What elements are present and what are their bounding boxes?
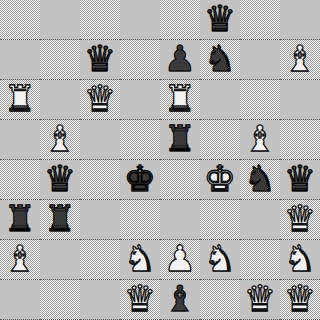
square-g6[interactable]: [240, 80, 280, 120]
square-a3[interactable]: ♜: [0, 200, 40, 240]
square-e8[interactable]: [160, 0, 200, 40]
square-h7[interactable]: ♝: [280, 40, 320, 80]
white-bishop-h7[interactable]: ♝: [284, 39, 316, 79]
square-b7[interactable]: [40, 40, 80, 80]
chess-board: ♛♛♟♞♝♜♛♜♝♜♝♛♚♚♞♛♜♜♛♝♞♟♞♞♛♝♛♛: [0, 0, 320, 320]
square-a5[interactable]: [0, 120, 40, 160]
square-h5[interactable]: [280, 120, 320, 160]
square-a8[interactable]: [0, 0, 40, 40]
white-rook-a6[interactable]: ♜: [4, 79, 36, 119]
white-queen-h3[interactable]: ♛: [284, 199, 316, 239]
square-a4[interactable]: [0, 160, 40, 200]
square-g4[interactable]: ♞: [240, 160, 280, 200]
square-g1[interactable]: ♛: [240, 280, 280, 320]
chess-board-window: ♛♛♟♞♝♜♛♜♝♜♝♛♚♚♞♛♜♜♛♝♞♟♞♞♛♝♛♛: [0, 0, 320, 320]
square-b3[interactable]: ♜: [40, 200, 80, 240]
square-c6[interactable]: ♛: [80, 80, 120, 120]
square-d4[interactable]: ♚: [120, 160, 160, 200]
square-h1[interactable]: ♛: [280, 280, 320, 320]
square-h2[interactable]: ♞: [280, 240, 320, 280]
black-rook-e5[interactable]: ♜: [164, 119, 196, 159]
square-a1[interactable]: [0, 280, 40, 320]
square-b1[interactable]: [40, 280, 80, 320]
square-d8[interactable]: [120, 0, 160, 40]
square-e5[interactable]: ♜: [160, 120, 200, 160]
square-g5[interactable]: ♝: [240, 120, 280, 160]
square-a2[interactable]: ♝: [0, 240, 40, 280]
white-rook-e6[interactable]: ♜: [164, 79, 196, 119]
square-f6[interactable]: [200, 80, 240, 120]
square-e4[interactable]: [160, 160, 200, 200]
square-h3[interactable]: ♛: [280, 200, 320, 240]
square-e3[interactable]: [160, 200, 200, 240]
black-knight-f7[interactable]: ♞: [204, 39, 236, 79]
square-f1[interactable]: [200, 280, 240, 320]
square-f5[interactable]: [200, 120, 240, 160]
black-queen-b4[interactable]: ♛: [44, 159, 76, 199]
square-e1[interactable]: ♝: [160, 280, 200, 320]
square-f7[interactable]: ♞: [200, 40, 240, 80]
square-d3[interactable]: [120, 200, 160, 240]
black-bishop-e1[interactable]: ♝: [164, 279, 196, 319]
black-rook-a3[interactable]: ♜: [4, 199, 36, 239]
square-e2[interactable]: ♟: [160, 240, 200, 280]
square-c1[interactable]: [80, 280, 120, 320]
square-d2[interactable]: ♞: [120, 240, 160, 280]
square-f3[interactable]: [200, 200, 240, 240]
white-bishop-b5[interactable]: ♝: [44, 119, 76, 159]
square-c8[interactable]: [80, 0, 120, 40]
black-pawn-e7[interactable]: ♟: [164, 39, 196, 79]
square-g2[interactable]: [240, 240, 280, 280]
white-king-f4[interactable]: ♚: [204, 159, 236, 199]
white-queen-c6[interactable]: ♛: [84, 79, 116, 119]
square-h8[interactable]: [280, 0, 320, 40]
square-d5[interactable]: [120, 120, 160, 160]
square-f8[interactable]: ♛: [200, 0, 240, 40]
square-b4[interactable]: ♛: [40, 160, 80, 200]
black-queen-f8[interactable]: ♛: [204, 0, 236, 39]
square-c2[interactable]: [80, 240, 120, 280]
square-f2[interactable]: ♞: [200, 240, 240, 280]
white-knight-f2[interactable]: ♞: [204, 239, 236, 279]
square-h4[interactable]: ♛: [280, 160, 320, 200]
square-a7[interactable]: [0, 40, 40, 80]
white-knight-d2[interactable]: ♞: [124, 239, 156, 279]
square-c4[interactable]: [80, 160, 120, 200]
square-c5[interactable]: [80, 120, 120, 160]
square-b6[interactable]: [40, 80, 80, 120]
square-b8[interactable]: [40, 0, 80, 40]
square-c7[interactable]: ♛: [80, 40, 120, 80]
square-c3[interactable]: [80, 200, 120, 240]
white-pawn-e2[interactable]: ♟: [164, 239, 196, 279]
square-d6[interactable]: [120, 80, 160, 120]
black-king-d4[interactable]: ♚: [124, 159, 156, 199]
square-b5[interactable]: ♝: [40, 120, 80, 160]
square-g8[interactable]: [240, 0, 280, 40]
black-queen-h4[interactable]: ♛: [284, 159, 316, 199]
square-d1[interactable]: ♛: [120, 280, 160, 320]
square-e7[interactable]: ♟: [160, 40, 200, 80]
white-bishop-a2[interactable]: ♝: [4, 239, 36, 279]
black-knight-g4[interactable]: ♞: [244, 159, 276, 199]
square-e6[interactable]: ♜: [160, 80, 200, 120]
white-knight-h2[interactable]: ♞: [284, 239, 316, 279]
white-queen-g1[interactable]: ♛: [244, 279, 276, 319]
square-b2[interactable]: [40, 240, 80, 280]
square-f4[interactable]: ♚: [200, 160, 240, 200]
white-queen-d1[interactable]: ♛: [124, 279, 156, 319]
white-queen-h1[interactable]: ♛: [284, 279, 316, 319]
white-bishop-g5[interactable]: ♝: [244, 119, 276, 159]
black-queen-c7[interactable]: ♛: [84, 39, 116, 79]
black-rook-b3[interactable]: ♜: [44, 199, 76, 239]
square-g7[interactable]: [240, 40, 280, 80]
square-d7[interactable]: [120, 40, 160, 80]
square-a6[interactable]: ♜: [0, 80, 40, 120]
square-h6[interactable]: [280, 80, 320, 120]
square-g3[interactable]: [240, 200, 280, 240]
